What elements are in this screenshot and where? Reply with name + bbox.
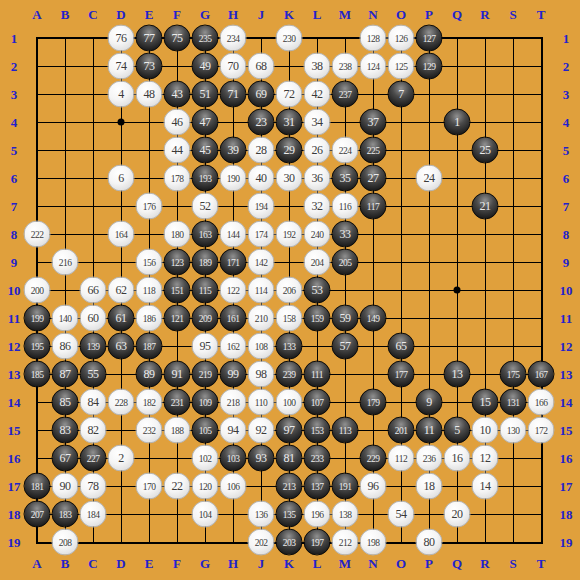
move-number: 110 xyxy=(255,397,267,407)
move-number: 153 xyxy=(311,425,324,435)
stone-white-54-O18: 54 xyxy=(388,501,415,528)
col-label-top-B: B xyxy=(61,8,70,21)
stone-black-27-N6: 27 xyxy=(360,165,387,192)
move-number: 137 xyxy=(311,481,324,491)
stone-white-10-R15: 10 xyxy=(472,417,499,444)
move-number: 159 xyxy=(311,313,324,323)
move-number: 183 xyxy=(59,509,72,519)
move-number: 130 xyxy=(507,425,520,435)
move-number: 170 xyxy=(143,481,156,491)
col-label-top-R: R xyxy=(480,8,489,21)
row-label-right-7: 7 xyxy=(563,200,570,213)
stone-black-207-A18: 207 xyxy=(24,501,51,528)
move-number: 45 xyxy=(200,143,211,158)
col-label-top-H: H xyxy=(228,8,238,21)
stone-white-95-G12: 95 xyxy=(192,333,219,360)
move-number: 5 xyxy=(454,423,460,438)
stone-white-166-T14: 166 xyxy=(528,389,555,416)
stone-black-73-E2: 73 xyxy=(136,53,163,80)
move-number: 122 xyxy=(227,285,240,295)
stone-black-39-H5: 39 xyxy=(220,137,247,164)
move-number: 117 xyxy=(367,201,379,211)
stone-white-4-D3: 4 xyxy=(108,81,135,108)
stone-black-189-G9: 189 xyxy=(192,249,219,276)
stone-white-36-L6: 36 xyxy=(304,165,331,192)
row-label-left-6: 6 xyxy=(11,172,18,185)
stone-white-14-R17: 14 xyxy=(472,473,499,500)
move-number: 235 xyxy=(199,33,212,43)
move-number: 216 xyxy=(59,257,72,267)
row-label-left-14: 14 xyxy=(8,396,21,409)
stone-white-52-G7: 52 xyxy=(192,193,219,220)
stone-white-222-A8: 222 xyxy=(24,221,51,248)
move-number: 136 xyxy=(255,509,268,519)
row-label-right-16: 16 xyxy=(560,452,573,465)
row-label-right-10: 10 xyxy=(560,284,573,297)
move-number: 98 xyxy=(256,367,267,382)
stone-white-192-K8: 192 xyxy=(276,221,303,248)
move-number: 62 xyxy=(116,283,127,298)
move-number: 228 xyxy=(115,397,128,407)
stone-white-124-N2: 124 xyxy=(360,53,387,80)
move-number: 156 xyxy=(143,257,156,267)
move-number: 180 xyxy=(171,229,184,239)
stone-black-235-G1: 235 xyxy=(192,25,219,52)
col-label-top-G: G xyxy=(200,8,210,21)
move-number: 212 xyxy=(339,537,352,547)
row-label-left-15: 15 xyxy=(8,424,21,437)
move-number: 184 xyxy=(87,509,100,519)
stone-white-20-Q18: 20 xyxy=(444,501,471,528)
stone-black-115-G10: 115 xyxy=(192,277,219,304)
stone-black-7-O3: 7 xyxy=(388,81,415,108)
stone-black-201-O15: 201 xyxy=(388,417,415,444)
col-label-top-L: L xyxy=(313,8,322,21)
move-number: 87 xyxy=(60,367,71,382)
move-number: 240 xyxy=(311,229,324,239)
stone-black-229-N16: 229 xyxy=(360,445,387,472)
stone-white-62-D10: 62 xyxy=(108,277,135,304)
stone-white-84-C14: 84 xyxy=(80,389,107,416)
move-number: 27 xyxy=(368,171,379,186)
stone-white-180-F8: 180 xyxy=(164,221,191,248)
stone-white-98-J13: 98 xyxy=(248,361,275,388)
move-number: 222 xyxy=(31,229,44,239)
move-number: 121 xyxy=(171,313,184,323)
move-number: 102 xyxy=(199,453,212,463)
col-label-bottom-K: K xyxy=(284,557,294,570)
stone-white-92-J15: 92 xyxy=(248,417,275,444)
move-number: 51 xyxy=(200,87,211,102)
stone-white-240-L8: 240 xyxy=(304,221,331,248)
move-number: 187 xyxy=(143,341,156,351)
move-number: 11 xyxy=(424,423,435,438)
move-number: 193 xyxy=(199,173,212,183)
stone-black-167-T13: 167 xyxy=(528,361,555,388)
move-number: 219 xyxy=(199,369,212,379)
row-label-left-11: 11 xyxy=(8,312,20,325)
move-number: 29 xyxy=(284,143,295,158)
move-number: 113 xyxy=(339,425,351,435)
stone-white-200-A10: 200 xyxy=(24,277,51,304)
stone-white-82-C15: 82 xyxy=(80,417,107,444)
move-number: 42 xyxy=(312,87,323,102)
stone-black-105-G15: 105 xyxy=(192,417,219,444)
col-label-top-A: A xyxy=(32,8,41,21)
move-number: 55 xyxy=(88,367,99,382)
row-label-left-9: 9 xyxy=(11,256,18,269)
stone-white-106-H17: 106 xyxy=(220,473,247,500)
move-number: 92 xyxy=(256,423,267,438)
move-number: 23 xyxy=(256,115,267,130)
row-label-right-9: 9 xyxy=(563,256,570,269)
move-number: 144 xyxy=(227,229,240,239)
stone-black-81-K16: 81 xyxy=(276,445,303,472)
stone-black-193-G6: 193 xyxy=(192,165,219,192)
stone-white-46-F4: 46 xyxy=(164,109,191,136)
move-number: 60 xyxy=(88,311,99,326)
stone-white-26-L5: 26 xyxy=(304,137,331,164)
stone-white-136-J18: 136 xyxy=(248,501,275,528)
stone-white-194-J7: 194 xyxy=(248,193,275,220)
move-number: 99 xyxy=(228,367,239,382)
stone-black-153-L15: 153 xyxy=(304,417,331,444)
move-number: 37 xyxy=(368,115,379,130)
move-number: 114 xyxy=(255,285,267,295)
row-label-right-11: 11 xyxy=(560,312,572,325)
stone-white-144-H8: 144 xyxy=(220,221,247,248)
stone-white-126-O1: 126 xyxy=(388,25,415,52)
stone-black-69-J3: 69 xyxy=(248,81,275,108)
move-number: 1 xyxy=(454,115,460,130)
row-label-left-16: 16 xyxy=(8,452,21,465)
col-label-top-P: P xyxy=(425,8,433,21)
move-number: 127 xyxy=(423,33,436,43)
move-number: 189 xyxy=(199,257,212,267)
stone-white-68-J2: 68 xyxy=(248,53,275,80)
stone-black-9-P14: 9 xyxy=(416,389,443,416)
stone-black-163-G8: 163 xyxy=(192,221,219,248)
move-number: 129 xyxy=(423,61,436,71)
stone-white-48-E3: 48 xyxy=(136,81,163,108)
move-number: 230 xyxy=(283,33,296,43)
stone-white-116-M7: 116 xyxy=(332,193,359,220)
move-number: 234 xyxy=(227,33,240,43)
stone-black-47-G4: 47 xyxy=(192,109,219,136)
stone-white-6-D6: 6 xyxy=(108,165,135,192)
stone-black-219-G13: 219 xyxy=(192,361,219,388)
stone-black-49-G2: 49 xyxy=(192,53,219,80)
col-label-bottom-Q: Q xyxy=(452,557,462,570)
move-number: 206 xyxy=(283,285,296,295)
stone-black-133-K12: 133 xyxy=(276,333,303,360)
col-label-bottom-M: M xyxy=(339,557,351,570)
stone-white-66-C10: 66 xyxy=(80,277,107,304)
move-number: 108 xyxy=(255,341,268,351)
move-number: 192 xyxy=(283,229,296,239)
row-label-left-2: 2 xyxy=(11,60,18,73)
stone-black-121-F11: 121 xyxy=(164,305,191,332)
move-number: 38 xyxy=(312,59,323,74)
move-number: 4 xyxy=(118,87,124,102)
move-number: 73 xyxy=(144,59,155,74)
stone-white-236-P16: 236 xyxy=(416,445,443,472)
row-label-right-1: 1 xyxy=(563,32,570,45)
stone-black-197-L19: 197 xyxy=(304,529,331,556)
move-number: 100 xyxy=(283,397,296,407)
move-number: 68 xyxy=(256,59,267,74)
col-label-top-T: T xyxy=(537,8,546,21)
col-label-top-D: D xyxy=(116,8,125,21)
col-label-top-F: F xyxy=(173,8,181,21)
stone-white-206-K10: 206 xyxy=(276,277,303,304)
stone-white-198-N19: 198 xyxy=(360,529,387,556)
row-label-left-4: 4 xyxy=(11,116,18,129)
stone-white-80-P19: 80 xyxy=(416,529,443,556)
stone-black-85-B14: 85 xyxy=(52,389,79,416)
move-number: 126 xyxy=(395,33,408,43)
move-number: 135 xyxy=(283,509,296,519)
row-label-right-2: 2 xyxy=(563,60,570,73)
move-number: 115 xyxy=(199,285,211,295)
move-number: 111 xyxy=(311,369,323,379)
stone-black-13-Q13: 13 xyxy=(444,361,471,388)
col-label-top-S: S xyxy=(509,8,516,21)
stone-black-123-F9: 123 xyxy=(164,249,191,276)
col-label-top-N: N xyxy=(368,8,377,21)
stone-white-72-K3: 72 xyxy=(276,81,303,108)
stone-white-158-K11: 158 xyxy=(276,305,303,332)
move-number: 46 xyxy=(172,115,183,130)
stone-white-156-E9: 156 xyxy=(136,249,163,276)
stone-white-204-L9: 204 xyxy=(304,249,331,276)
row-label-left-5: 5 xyxy=(11,144,18,157)
stone-white-184-C18: 184 xyxy=(80,501,107,528)
move-number: 52 xyxy=(200,199,211,214)
move-number: 97 xyxy=(284,423,295,438)
move-number: 204 xyxy=(311,257,324,267)
move-number: 185 xyxy=(31,369,44,379)
stone-white-162-H12: 162 xyxy=(220,333,247,360)
col-label-bottom-F: F xyxy=(173,557,181,570)
stone-black-199-A11: 199 xyxy=(24,305,51,332)
stone-black-159-L11: 159 xyxy=(304,305,331,332)
move-number: 22 xyxy=(172,479,183,494)
move-number: 202 xyxy=(255,537,268,547)
row-label-right-3: 3 xyxy=(563,88,570,101)
row-label-left-17: 17 xyxy=(8,480,21,493)
col-label-bottom-P: P xyxy=(425,557,433,570)
move-number: 71 xyxy=(228,87,239,102)
stone-black-213-K17: 213 xyxy=(276,473,303,500)
move-number: 175 xyxy=(507,369,520,379)
move-number: 31 xyxy=(284,115,295,130)
col-label-bottom-O: O xyxy=(396,557,406,570)
stone-black-15-R14: 15 xyxy=(472,389,499,416)
stone-white-24-P6: 24 xyxy=(416,165,443,192)
stone-black-11-P15: 11 xyxy=(416,417,443,444)
row-label-right-13: 13 xyxy=(560,368,573,381)
col-label-top-C: C xyxy=(88,8,97,21)
move-number: 96 xyxy=(368,479,379,494)
col-label-bottom-T: T xyxy=(537,557,546,570)
move-number: 133 xyxy=(283,341,296,351)
stone-black-103-H16: 103 xyxy=(220,445,247,472)
col-label-top-E: E xyxy=(145,8,154,21)
stone-white-142-J9: 142 xyxy=(248,249,275,276)
move-number: 128 xyxy=(367,33,380,43)
row-label-left-3: 3 xyxy=(11,88,18,101)
move-number: 39 xyxy=(228,143,239,158)
move-number: 200 xyxy=(31,285,44,295)
move-number: 177 xyxy=(395,369,408,379)
stone-black-161-H11: 161 xyxy=(220,305,247,332)
move-number: 40 xyxy=(256,171,267,186)
col-label-bottom-R: R xyxy=(480,557,489,570)
col-label-bottom-C: C xyxy=(88,557,97,570)
stone-black-35-M6: 35 xyxy=(332,165,359,192)
stone-white-102-G16: 102 xyxy=(192,445,219,472)
stone-black-117-N7: 117 xyxy=(360,193,387,220)
move-number: 9 xyxy=(426,395,432,410)
move-number: 26 xyxy=(312,143,323,158)
stone-white-76-D1: 76 xyxy=(108,25,135,52)
stone-black-129-P2: 129 xyxy=(416,53,443,80)
stone-white-224-M5: 224 xyxy=(332,137,359,164)
row-label-left-7: 7 xyxy=(11,200,18,213)
move-number: 77 xyxy=(144,31,155,46)
move-number: 14 xyxy=(480,479,491,494)
move-number: 54 xyxy=(396,507,407,522)
move-number: 25 xyxy=(480,143,491,158)
stone-black-185-A13: 185 xyxy=(24,361,51,388)
move-number: 171 xyxy=(227,257,240,267)
move-number: 94 xyxy=(228,423,239,438)
move-number: 225 xyxy=(367,145,380,155)
stone-black-209-G11: 209 xyxy=(192,305,219,332)
move-number: 47 xyxy=(200,115,211,130)
stone-black-127-P1: 127 xyxy=(416,25,443,52)
move-number: 48 xyxy=(144,87,155,102)
stone-black-237-M3: 237 xyxy=(332,81,359,108)
move-number: 208 xyxy=(59,537,72,547)
move-number: 237 xyxy=(339,89,352,99)
move-number: 70 xyxy=(228,59,239,74)
col-label-top-O: O xyxy=(396,8,406,21)
move-number: 218 xyxy=(227,397,240,407)
stone-black-181-A17: 181 xyxy=(24,473,51,500)
stone-black-67-B16: 67 xyxy=(52,445,79,472)
stone-black-205-M9: 205 xyxy=(332,249,359,276)
stone-white-100-K14: 100 xyxy=(276,389,303,416)
move-number: 34 xyxy=(312,115,323,130)
col-label-top-J: J xyxy=(258,8,265,21)
stone-white-32-L7: 32 xyxy=(304,193,331,220)
move-number: 239 xyxy=(283,369,296,379)
move-number: 16 xyxy=(452,451,463,466)
move-number: 103 xyxy=(227,453,240,463)
stone-black-71-H3: 71 xyxy=(220,81,247,108)
stone-white-74-D2: 74 xyxy=(108,53,135,80)
stone-black-91-F13: 91 xyxy=(164,361,191,388)
move-number: 109 xyxy=(199,397,212,407)
move-number: 112 xyxy=(395,453,407,463)
stone-black-175-S13: 175 xyxy=(500,361,527,388)
stone-black-179-N14: 179 xyxy=(360,389,387,416)
move-number: 162 xyxy=(227,341,240,351)
move-number: 75 xyxy=(172,31,183,46)
row-label-left-18: 18 xyxy=(8,508,21,521)
stone-white-218-H14: 218 xyxy=(220,389,247,416)
stone-white-138-M18: 138 xyxy=(332,501,359,528)
move-number: 124 xyxy=(367,61,380,71)
stone-white-86-B12: 86 xyxy=(52,333,79,360)
move-number: 105 xyxy=(199,425,212,435)
stone-white-186-E11: 186 xyxy=(136,305,163,332)
move-number: 172 xyxy=(535,425,548,435)
move-number: 118 xyxy=(143,285,155,295)
stone-white-202-J19: 202 xyxy=(248,529,275,556)
move-number: 210 xyxy=(255,313,268,323)
stone-white-34-L4: 34 xyxy=(304,109,331,136)
stone-white-172-T15: 172 xyxy=(528,417,555,444)
move-number: 43 xyxy=(172,87,183,102)
stone-white-90-B17: 90 xyxy=(52,473,79,500)
stone-white-238-M2: 238 xyxy=(332,53,359,80)
move-number: 131 xyxy=(507,397,520,407)
move-number: 224 xyxy=(339,145,352,155)
move-number: 49 xyxy=(200,59,211,74)
stone-white-44-F5: 44 xyxy=(164,137,191,164)
stone-white-164-D8: 164 xyxy=(108,221,135,248)
row-label-left-1: 1 xyxy=(11,32,18,45)
move-number: 163 xyxy=(199,229,212,239)
move-number: 231 xyxy=(171,397,184,407)
move-number: 53 xyxy=(312,283,323,298)
move-number: 104 xyxy=(199,509,212,519)
move-number: 35 xyxy=(340,171,351,186)
move-number: 149 xyxy=(367,313,380,323)
stone-black-89-E13: 89 xyxy=(136,361,163,388)
col-label-bottom-H: H xyxy=(228,557,238,570)
move-number: 151 xyxy=(171,285,184,295)
move-number: 232 xyxy=(143,425,156,435)
stone-black-135-K18: 135 xyxy=(276,501,303,528)
move-number: 36 xyxy=(312,171,323,186)
stone-white-178-F6: 178 xyxy=(164,165,191,192)
move-number: 84 xyxy=(88,395,99,410)
row-label-right-8: 8 xyxy=(563,228,570,241)
stone-black-53-L10: 53 xyxy=(304,277,331,304)
col-label-top-K: K xyxy=(284,8,294,21)
move-number: 179 xyxy=(367,397,380,407)
row-label-right-17: 17 xyxy=(560,480,573,493)
col-label-bottom-D: D xyxy=(116,557,125,570)
stone-white-78-C17: 78 xyxy=(80,473,107,500)
col-label-bottom-G: G xyxy=(200,557,210,570)
stone-black-63-D12: 63 xyxy=(108,333,135,360)
col-label-bottom-A: A xyxy=(32,557,41,570)
move-number: 107 xyxy=(311,397,324,407)
stone-black-109-G14: 109 xyxy=(192,389,219,416)
move-number: 83 xyxy=(60,423,71,438)
move-number: 142 xyxy=(255,257,268,267)
stone-white-130-S15: 130 xyxy=(500,417,527,444)
stone-white-120-G17: 120 xyxy=(192,473,219,500)
move-number: 199 xyxy=(31,313,44,323)
stone-white-196-L18: 196 xyxy=(304,501,331,528)
stone-black-183-B18: 183 xyxy=(52,501,79,528)
